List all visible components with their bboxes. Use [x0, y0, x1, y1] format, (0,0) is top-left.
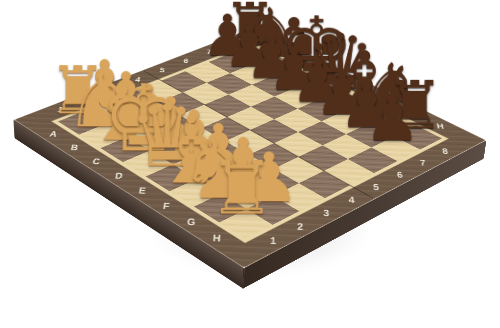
- file-label-far-a: A: [273, 42, 280, 48]
- rank-label-left-6: 6: [183, 57, 189, 64]
- chess-board: AABBCCDDEEFFGGHH1122334455667788 ♜♞♝♚♛♝♞…: [14, 27, 486, 268]
- piece-black-pawn-h7: ♟: [364, 87, 421, 150]
- file-label-far-c: C: [316, 63, 323, 70]
- rank-label-left-8: 8: [229, 40, 235, 46]
- piece-white-rook-h1: ♜: [209, 152, 275, 226]
- board-scene: AABBCCDDEEFFGGHH1122334455667788 ♜♞♝♚♛♝♞…: [0, 0, 500, 328]
- file-label-far-b: B: [294, 52, 301, 59]
- rank-label-left-7: 7: [206, 49, 212, 55]
